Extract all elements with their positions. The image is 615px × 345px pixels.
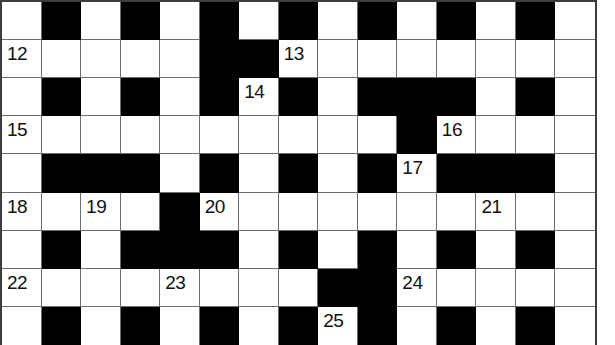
- black-cell-r5c12: [437, 154, 477, 192]
- black-cell-r3c2: [42, 78, 82, 116]
- white-cell-r6c10[interactable]: [358, 193, 398, 231]
- white-cell-r9c1[interactable]: [2, 307, 42, 345]
- black-cell-r3c14: [516, 78, 556, 116]
- white-cell-r9c13[interactable]: [476, 307, 516, 345]
- white-cell-r6c6[interactable]: 20: [200, 193, 240, 231]
- black-cell-r7c4: [121, 231, 161, 269]
- black-cell-r5c8: [279, 154, 319, 192]
- black-cell-r7c6: [200, 231, 240, 269]
- white-cell-r2c11[interactable]: [397, 40, 437, 78]
- black-cell-r5c10: [358, 154, 398, 192]
- white-cell-r4c15[interactable]: [555, 116, 595, 154]
- white-cell-r4c5[interactable]: [160, 116, 200, 154]
- white-cell-r2c4[interactable]: [121, 40, 161, 78]
- clue-number-15: 15: [7, 120, 27, 139]
- white-cell-r8c1[interactable]: 22: [2, 269, 42, 307]
- white-cell-r6c12[interactable]: [437, 193, 477, 231]
- black-cell-r9c6: [200, 307, 240, 345]
- black-cell-r5c2: [42, 154, 82, 192]
- white-cell-r7c11[interactable]: [397, 231, 437, 269]
- black-cell-r8c9: [318, 269, 358, 307]
- white-cell-r6c11[interactable]: [397, 193, 437, 231]
- white-cell-r6c4[interactable]: [121, 193, 161, 231]
- white-cell-r4c8[interactable]: [279, 116, 319, 154]
- white-cell-r8c6[interactable]: [200, 269, 240, 307]
- white-cell-r1c13[interactable]: [476, 2, 516, 40]
- black-cell-r1c4: [121, 2, 161, 40]
- black-cell-r7c8: [279, 231, 319, 269]
- white-cell-r8c4[interactable]: [121, 269, 161, 307]
- white-cell-r6c13[interactable]: 21: [476, 193, 516, 231]
- black-cell-r2c6: [200, 40, 240, 78]
- black-cell-r4c11: [397, 116, 437, 154]
- clue-number-16: 16: [442, 120, 462, 139]
- white-cell-r5c11[interactable]: 17: [397, 154, 437, 192]
- black-cell-r5c13: [476, 154, 516, 192]
- white-cell-r4c12[interactable]: 16: [437, 116, 477, 154]
- black-cell-r1c14: [516, 2, 556, 40]
- clue-number-18: 18: [7, 197, 27, 216]
- white-cell-r8c5[interactable]: 23: [160, 269, 200, 307]
- white-cell-r8c13[interactable]: [476, 269, 516, 307]
- black-cell-r1c2: [42, 2, 82, 40]
- white-cell-r2c13[interactable]: [476, 40, 516, 78]
- white-cell-r6c15[interactable]: [555, 193, 595, 231]
- white-cell-r2c2[interactable]: [42, 40, 82, 78]
- white-cell-r2c9[interactable]: [318, 40, 358, 78]
- black-cell-r9c2: [42, 307, 82, 345]
- white-cell-r1c15[interactable]: [555, 2, 595, 40]
- white-cell-r2c14[interactable]: [516, 40, 556, 78]
- white-cell-r8c15[interactable]: [555, 269, 595, 307]
- white-cell-r1c11[interactable]: [397, 2, 437, 40]
- black-cell-r1c6: [200, 2, 240, 40]
- black-cell-r9c4: [121, 307, 161, 345]
- white-cell-r8c11[interactable]: 24: [397, 269, 437, 307]
- white-cell-r9c11[interactable]: [397, 307, 437, 345]
- white-cell-r3c1[interactable]: [2, 78, 42, 116]
- black-cell-r9c8: [279, 307, 319, 345]
- black-cell-r3c4: [121, 78, 161, 116]
- white-cell-r4c14[interactable]: [516, 116, 556, 154]
- white-cell-r2c12[interactable]: [437, 40, 477, 78]
- white-cell-r7c15[interactable]: [555, 231, 595, 269]
- black-cell-r5c4: [121, 154, 161, 192]
- white-cell-r9c9[interactable]: 25: [318, 307, 358, 345]
- white-cell-r1c7[interactable]: [239, 2, 279, 40]
- clue-number-20: 20: [205, 197, 225, 216]
- black-cell-r7c14: [516, 231, 556, 269]
- white-cell-r3c9[interactable]: [318, 78, 358, 116]
- black-cell-r3c8: [279, 78, 319, 116]
- black-cell-r5c6: [200, 154, 240, 192]
- black-cell-r7c2: [42, 231, 82, 269]
- white-cell-r3c13[interactable]: [476, 78, 516, 116]
- white-cell-r4c6[interactable]: [200, 116, 240, 154]
- clue-number-22: 22: [7, 273, 27, 292]
- white-cell-r9c7[interactable]: [239, 307, 279, 345]
- clue-number-25: 25: [323, 311, 343, 330]
- white-cell-r3c15[interactable]: [555, 78, 595, 116]
- white-cell-r3c5[interactable]: [160, 78, 200, 116]
- white-cell-r6c3[interactable]: 19: [81, 193, 121, 231]
- clue-number-23: 23: [165, 273, 185, 292]
- black-cell-r5c14: [516, 154, 556, 192]
- white-cell-r8c8[interactable]: [279, 269, 319, 307]
- white-cell-r1c5[interactable]: [160, 2, 200, 40]
- black-cell-r7c12: [437, 231, 477, 269]
- black-cell-r1c12: [437, 2, 477, 40]
- white-cell-r7c9[interactable]: [318, 231, 358, 269]
- clue-number-13: 13: [284, 44, 304, 63]
- white-cell-r6c1[interactable]: 18: [2, 193, 42, 231]
- black-cell-r7c5: [160, 231, 200, 269]
- clue-number-17: 17: [402, 158, 422, 177]
- clue-number-24: 24: [402, 273, 422, 292]
- white-cell-r4c10[interactable]: [358, 116, 398, 154]
- white-cell-r4c1[interactable]: 15: [2, 116, 42, 154]
- black-cell-r8c10: [358, 269, 398, 307]
- black-cell-r3c12: [437, 78, 477, 116]
- black-cell-r6c5: [160, 193, 200, 231]
- white-cell-r9c5[interactable]: [160, 307, 200, 345]
- white-cell-r8c12[interactable]: [437, 269, 477, 307]
- white-cell-r8c7[interactable]: [239, 269, 279, 307]
- white-cell-r5c7[interactable]: [239, 154, 279, 192]
- white-cell-r7c1[interactable]: [2, 231, 42, 269]
- clue-number-14: 14: [244, 82, 264, 101]
- white-cell-r2c8[interactable]: 13: [279, 40, 319, 78]
- white-cell-r7c13[interactable]: [476, 231, 516, 269]
- white-cell-r3c7[interactable]: 14: [239, 78, 279, 116]
- black-cell-r5c3: [81, 154, 121, 192]
- white-cell-r5c1[interactable]: [2, 154, 42, 192]
- white-cell-r6c9[interactable]: [318, 193, 358, 231]
- white-cell-r6c7[interactable]: [239, 193, 279, 231]
- black-cell-r9c14: [516, 307, 556, 345]
- white-cell-r1c9[interactable]: [318, 2, 358, 40]
- black-cell-r7c10: [358, 231, 398, 269]
- white-cell-r9c15[interactable]: [555, 307, 595, 345]
- white-cell-r9c3[interactable]: [81, 307, 121, 345]
- white-cell-r2c15[interactable]: [555, 40, 595, 78]
- black-cell-r3c6: [200, 78, 240, 116]
- white-cell-r7c3[interactable]: [81, 231, 121, 269]
- black-cell-r1c10: [358, 2, 398, 40]
- black-cell-r3c10: [358, 78, 398, 116]
- clue-number-12: 12: [7, 44, 27, 63]
- white-cell-r5c5[interactable]: [160, 154, 200, 192]
- white-cell-r8c2[interactable]: [42, 269, 82, 307]
- crossword-grid: 1213141516171819202122232425: [0, 0, 597, 345]
- white-cell-r3c3[interactable]: [81, 78, 121, 116]
- white-cell-r6c2[interactable]: [42, 193, 82, 231]
- white-cell-r8c14[interactable]: [516, 269, 556, 307]
- white-cell-r2c3[interactable]: [81, 40, 121, 78]
- white-cell-r6c14[interactable]: [516, 193, 556, 231]
- crossword-page: 1213141516171819202122232425: [0, 0, 615, 345]
- white-cell-r8c3[interactable]: [81, 269, 121, 307]
- clue-number-21: 21: [481, 197, 501, 216]
- white-cell-r4c4[interactable]: [121, 116, 161, 154]
- black-cell-r3c11: [397, 78, 437, 116]
- white-cell-r2c5[interactable]: [160, 40, 200, 78]
- white-cell-r4c3[interactable]: [81, 116, 121, 154]
- white-cell-r7c7[interactable]: [239, 231, 279, 269]
- black-cell-r9c10: [358, 307, 398, 345]
- white-cell-r2c10[interactable]: [358, 40, 398, 78]
- white-cell-r4c9[interactable]: [318, 116, 358, 154]
- white-cell-r4c2[interactable]: [42, 116, 82, 154]
- white-cell-r4c13[interactable]: [476, 116, 516, 154]
- white-cell-r4c7[interactable]: [239, 116, 279, 154]
- white-cell-r1c1[interactable]: [2, 2, 42, 40]
- white-cell-r2c1[interactable]: 12: [2, 40, 42, 78]
- white-cell-r5c15[interactable]: [555, 154, 595, 192]
- black-cell-r2c7: [239, 40, 279, 78]
- white-cell-r5c9[interactable]: [318, 154, 358, 192]
- black-cell-r1c8: [279, 2, 319, 40]
- white-cell-r6c8[interactable]: [279, 193, 319, 231]
- white-cell-r1c3[interactable]: [81, 2, 121, 40]
- clue-number-19: 19: [86, 197, 106, 216]
- black-cell-r9c12: [437, 307, 477, 345]
